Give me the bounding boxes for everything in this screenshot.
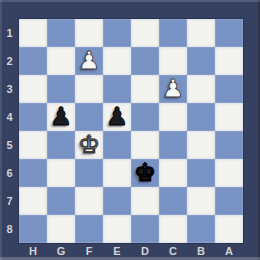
square-g2[interactable]: [47, 47, 75, 75]
rank-label-4: 4: [0, 103, 19, 131]
square-e5[interactable]: [103, 131, 131, 159]
rank-labels: 12345678: [0, 19, 19, 243]
square-h3[interactable]: [19, 75, 47, 103]
square-h1[interactable]: [19, 19, 47, 47]
square-e4[interactable]: ♟: [103, 103, 131, 131]
square-h7[interactable]: [19, 187, 47, 215]
square-g8[interactable]: [47, 215, 75, 243]
square-a2[interactable]: [215, 47, 243, 75]
rank-label-5: 5: [0, 131, 19, 159]
square-a4[interactable]: [215, 103, 243, 131]
square-c2[interactable]: [159, 47, 187, 75]
square-f6[interactable]: [75, 159, 103, 187]
square-d7[interactable]: [131, 187, 159, 215]
square-a6[interactable]: [215, 159, 243, 187]
square-g4[interactable]: ♟: [47, 103, 75, 131]
square-g6[interactable]: [47, 159, 75, 187]
square-b2[interactable]: [187, 47, 215, 75]
square-g5[interactable]: [47, 131, 75, 159]
square-c7[interactable]: [159, 187, 187, 215]
white-pawn[interactable]: ♟: [78, 47, 100, 75]
square-c4[interactable]: [159, 103, 187, 131]
file-label-e: E: [103, 243, 131, 260]
square-d4[interactable]: [131, 103, 159, 131]
square-e8[interactable]: [103, 215, 131, 243]
square-b4[interactable]: [187, 103, 215, 131]
square-e6[interactable]: [103, 159, 131, 187]
square-a1[interactable]: [215, 19, 243, 47]
square-a5[interactable]: [215, 131, 243, 159]
square-a8[interactable]: [215, 215, 243, 243]
square-d3[interactable]: [131, 75, 159, 103]
file-label-a: A: [215, 243, 243, 260]
file-label-d: D: [131, 243, 159, 260]
square-b8[interactable]: [187, 215, 215, 243]
square-e2[interactable]: [103, 47, 131, 75]
square-c1[interactable]: [159, 19, 187, 47]
square-b1[interactable]: [187, 19, 215, 47]
chess-board[interactable]: ♟♟♟♟♚♚: [19, 19, 243, 243]
square-g7[interactable]: [47, 187, 75, 215]
square-f3[interactable]: [75, 75, 103, 103]
square-h6[interactable]: [19, 159, 47, 187]
square-b6[interactable]: [187, 159, 215, 187]
square-f7[interactable]: [75, 187, 103, 215]
square-f5[interactable]: ♚: [75, 131, 103, 159]
square-c5[interactable]: [159, 131, 187, 159]
square-d6[interactable]: ♚: [131, 159, 159, 187]
file-label-g: G: [47, 243, 75, 260]
square-b5[interactable]: [187, 131, 215, 159]
square-d2[interactable]: [131, 47, 159, 75]
square-a3[interactable]: [215, 75, 243, 103]
square-c8[interactable]: [159, 215, 187, 243]
square-e3[interactable]: [103, 75, 131, 103]
square-h5[interactable]: [19, 131, 47, 159]
file-label-c: C: [159, 243, 187, 260]
square-c6[interactable]: [159, 159, 187, 187]
square-a7[interactable]: [215, 187, 243, 215]
rank-label-2: 2: [0, 47, 19, 75]
square-f8[interactable]: [75, 215, 103, 243]
white-pawn[interactable]: ♟: [162, 75, 184, 103]
square-e7[interactable]: [103, 187, 131, 215]
square-h4[interactable]: [19, 103, 47, 131]
rank-label-7: 7: [0, 187, 19, 215]
black-king[interactable]: ♚: [134, 159, 156, 187]
chess-board-frame: 12345678 ♟♟♟♟♚♚ HGFEDCBA: [0, 0, 260, 260]
file-labels: HGFEDCBA: [19, 243, 243, 260]
square-h2[interactable]: [19, 47, 47, 75]
rank-label-1: 1: [0, 19, 19, 47]
file-label-b: B: [187, 243, 215, 260]
black-pawn[interactable]: ♟: [106, 103, 128, 131]
square-f1[interactable]: [75, 19, 103, 47]
square-b7[interactable]: [187, 187, 215, 215]
square-g3[interactable]: [47, 75, 75, 103]
square-e1[interactable]: [103, 19, 131, 47]
rank-label-8: 8: [0, 215, 19, 243]
square-d8[interactable]: [131, 215, 159, 243]
file-label-h: H: [19, 243, 47, 260]
square-f4[interactable]: [75, 103, 103, 131]
white-king[interactable]: ♚: [78, 131, 100, 159]
rank-label-3: 3: [0, 75, 19, 103]
square-c3[interactable]: ♟: [159, 75, 187, 103]
black-pawn[interactable]: ♟: [50, 103, 72, 131]
rank-label-6: 6: [0, 159, 19, 187]
square-g1[interactable]: [47, 19, 75, 47]
file-label-f: F: [75, 243, 103, 260]
square-f2[interactable]: ♟: [75, 47, 103, 75]
square-d5[interactable]: [131, 131, 159, 159]
square-h8[interactable]: [19, 215, 47, 243]
square-b3[interactable]: [187, 75, 215, 103]
square-d1[interactable]: [131, 19, 159, 47]
